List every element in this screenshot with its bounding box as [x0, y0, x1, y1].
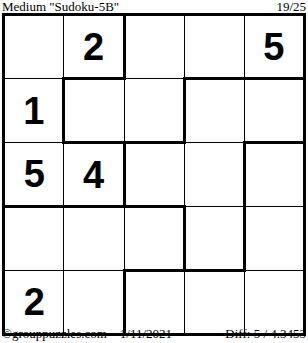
copyright-credit: ©grouppuzzles.com – 1/11/2021 [2, 326, 172, 341]
cell-r4c5[interactable] [244, 207, 304, 271]
header-bar: Medium "Sudoku-5B" 19/25 [2, 0, 306, 13]
board-row: 25 [4, 15, 305, 79]
cell-r5c4[interactable] [185, 271, 244, 335]
cell-r4c3[interactable] [124, 207, 184, 271]
difficulty-label: Diff: 5 / 4.3453 [225, 326, 306, 341]
board-grid: 251542 [4, 15, 305, 335]
cell-r2c1[interactable]: 1 [4, 79, 64, 143]
cell-r2c2[interactable] [64, 79, 124, 143]
cell-r2c4[interactable] [185, 79, 244, 143]
board-row: 2 [4, 271, 305, 335]
cell-r3c2[interactable]: 4 [64, 143, 124, 207]
cell-r4c4[interactable] [185, 207, 244, 271]
board-row: 54 [4, 143, 305, 207]
cell-r3c4[interactable] [185, 143, 244, 207]
cell-r1c1[interactable] [4, 15, 64, 79]
cell-r3c5[interactable] [244, 143, 304, 207]
cell-r1c5[interactable]: 5 [244, 15, 304, 79]
cell-r5c1[interactable]: 2 [4, 271, 64, 335]
cell-r2c5[interactable] [244, 79, 304, 143]
footer-bar: ©grouppuzzles.com – 1/11/2021 Diff: 5 / … [2, 326, 306, 341]
cell-r5c5[interactable] [244, 271, 304, 335]
board-row: 1 [4, 79, 305, 143]
puzzle-title: Medium "Sudoku-5B" [2, 0, 119, 13]
cell-r3c3[interactable] [124, 143, 184, 207]
cell-r5c3[interactable] [124, 271, 184, 335]
sudoku-board: 251542 [2, 13, 306, 336]
cell-r1c2[interactable]: 2 [64, 15, 124, 79]
cell-r4c1[interactable] [4, 207, 64, 271]
cells-remaining-counter: 19/25 [276, 0, 306, 13]
cell-r1c4[interactable] [185, 15, 244, 79]
cell-r1c3[interactable] [124, 15, 184, 79]
cell-r3c1[interactable]: 5 [4, 143, 64, 207]
cell-r4c2[interactable] [64, 207, 124, 271]
cell-r2c3[interactable] [124, 79, 184, 143]
cell-r5c2[interactable] [64, 271, 124, 335]
puzzle-page: Medium "Sudoku-5B" 19/25 251542 ©grouppu… [0, 0, 308, 343]
board-row [4, 207, 305, 271]
